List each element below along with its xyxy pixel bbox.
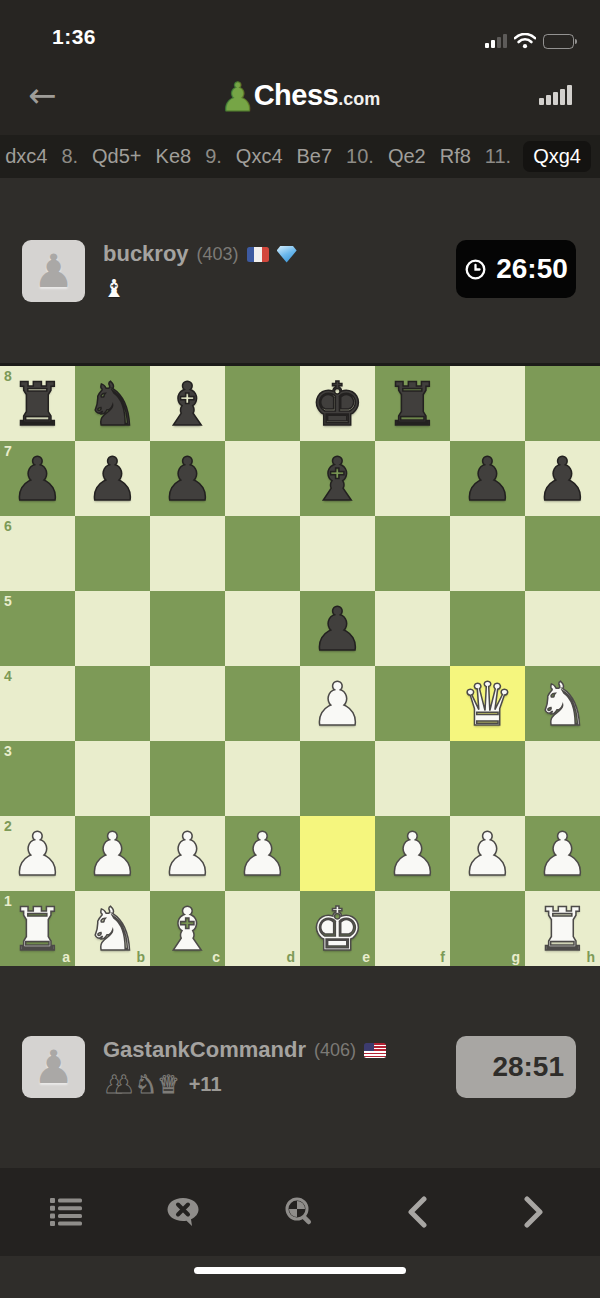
chevron-left-icon xyxy=(406,1196,428,1228)
clock-bottom: 28:51 xyxy=(456,1036,576,1098)
square-d6[interactable] xyxy=(225,516,300,591)
piece-wp-b2[interactable]: ♟ xyxy=(75,816,150,891)
square-h1[interactable]: h♜ xyxy=(525,891,600,966)
forward-move-button[interactable] xyxy=(504,1182,564,1242)
square-h3[interactable] xyxy=(525,741,600,816)
safe-area xyxy=(0,1256,600,1298)
move-dxc4[interactable]: dxc4 xyxy=(5,145,47,168)
piece-wp-a2[interactable]: ♟ xyxy=(0,816,75,891)
square-c2[interactable]: ♟ xyxy=(150,816,225,891)
square-c7[interactable]: ♟ xyxy=(150,441,225,516)
square-a7[interactable]: 7♟ xyxy=(0,441,75,516)
square-d7[interactable] xyxy=(225,441,300,516)
square-f3[interactable] xyxy=(375,741,450,816)
square-a2[interactable]: 2♟ xyxy=(0,816,75,891)
square-b5[interactable] xyxy=(75,591,150,666)
square-b8[interactable]: ♞ xyxy=(75,366,150,441)
square-b7[interactable]: ♟ xyxy=(75,441,150,516)
chat-disabled-button[interactable] xyxy=(153,1182,213,1242)
piece-bp-g7[interactable]: ♟ xyxy=(450,441,525,516)
clock-icon xyxy=(464,258,487,281)
bottom-toolbar xyxy=(0,1168,600,1256)
square-f2[interactable]: ♟ xyxy=(375,816,450,891)
square-c1[interactable]: c♝ xyxy=(150,891,225,966)
square-h6[interactable] xyxy=(525,516,600,591)
square-c4[interactable] xyxy=(150,666,225,741)
piece-bn-b8[interactable]: ♞ xyxy=(75,366,150,441)
avatar-bottom[interactable]: ♟ xyxy=(22,1036,85,1098)
move-list-icon xyxy=(49,1197,83,1227)
square-g3[interactable] xyxy=(450,741,525,816)
move-11.[interactable]: 11. xyxy=(485,145,511,168)
square-d3[interactable] xyxy=(225,741,300,816)
move-Ke8[interactable]: Ke8 xyxy=(156,145,192,168)
square-g8[interactable] xyxy=(450,366,525,441)
square-d5[interactable] xyxy=(225,591,300,666)
premium-diamond-icon xyxy=(277,246,297,263)
piece-bk-e8[interactable]: ♚ xyxy=(300,366,375,441)
square-f8[interactable]: ♜ xyxy=(375,366,450,441)
captured-piece-bn: ♞ xyxy=(135,1072,157,1097)
piece-bp-h7[interactable]: ♟ xyxy=(525,441,600,516)
piece-wr-a1[interactable]: ♜ xyxy=(0,891,75,966)
square-c8[interactable]: ♝ xyxy=(150,366,225,441)
square-e6[interactable] xyxy=(300,516,375,591)
material-advantage: +11 xyxy=(189,1073,222,1096)
player-panel-bottom: ♟ GastankCommandr (406) ♟♟♞♛+11 28:51 xyxy=(0,966,600,1168)
avatar-pawn-icon: ♟ xyxy=(33,248,74,294)
square-d1[interactable]: d xyxy=(225,891,300,966)
square-f4[interactable] xyxy=(375,666,450,741)
square-e7[interactable]: ♝ xyxy=(300,441,375,516)
piece-br-f8[interactable]: ♜ xyxy=(375,366,450,441)
move-Qxc4[interactable]: Qxc4 xyxy=(236,145,283,168)
move-10.[interactable]: 10. xyxy=(346,145,374,168)
analysis-button[interactable] xyxy=(270,1182,330,1242)
square-f5[interactable] xyxy=(375,591,450,666)
square-a3[interactable]: 3 xyxy=(0,741,75,816)
us-flag-icon xyxy=(364,1043,386,1058)
square-c3[interactable] xyxy=(150,741,225,816)
square-d4[interactable] xyxy=(225,666,300,741)
clock-time-bottom: 28:51 xyxy=(492,1051,564,1083)
square-h5[interactable] xyxy=(525,591,600,666)
chesscom-logo: ♟ Chess .com xyxy=(220,79,380,112)
square-b6[interactable] xyxy=(75,516,150,591)
square-c5[interactable] xyxy=(150,591,225,666)
captured-pieces-bottom: ♟♟♞♛+11 xyxy=(103,1070,456,1098)
piece-br-a8[interactable]: ♜ xyxy=(0,366,75,441)
square-g2[interactable]: ♟ xyxy=(450,816,525,891)
piece-bb-e7[interactable]: ♝ xyxy=(300,441,375,516)
status-time: 1:36 xyxy=(52,25,96,49)
square-e4[interactable]: ♟ xyxy=(300,666,375,741)
battery-icon xyxy=(543,34,574,49)
player-panel-top: ♟ buckroy (403) ♝ 26:50 xyxy=(0,178,600,366)
clock-top: 26:50 xyxy=(456,240,576,298)
square-g1[interactable]: g xyxy=(450,891,525,966)
rank-label-4: 4 xyxy=(4,668,12,684)
move-Qxg4[interactable]: Qxg4 xyxy=(523,141,591,172)
piece-wp-e4[interactable]: ♟ xyxy=(300,666,375,741)
square-g4[interactable]: ♛ xyxy=(450,666,525,741)
square-h7[interactable]: ♟ xyxy=(525,441,600,516)
square-a8[interactable]: 8♜ xyxy=(0,366,75,441)
file-label-g: g xyxy=(511,949,520,965)
back-move-button[interactable] xyxy=(387,1182,447,1242)
square-b3[interactable] xyxy=(75,741,150,816)
piece-wn-b1[interactable]: ♞ xyxy=(75,891,150,966)
piece-wp-g2[interactable]: ♟ xyxy=(450,816,525,891)
square-g6[interactable] xyxy=(450,516,525,591)
piece-wb-c1[interactable]: ♝ xyxy=(150,891,225,966)
back-arrow-icon[interactable]: ← xyxy=(28,78,57,112)
move-8.[interactable]: 8. xyxy=(61,145,78,168)
france-flag-icon xyxy=(247,247,269,262)
square-f6[interactable] xyxy=(375,516,450,591)
piece-wr-h1[interactable]: ♜ xyxy=(525,891,600,966)
captured-pieces-top: ♝ xyxy=(103,274,456,302)
square-f1[interactable]: f xyxy=(375,891,450,966)
square-d2[interactable]: ♟ xyxy=(225,816,300,891)
square-g7[interactable]: ♟ xyxy=(450,441,525,516)
move-Qe2[interactable]: Qe2 xyxy=(388,145,426,168)
square-a1[interactable]: 1a♜ xyxy=(0,891,75,966)
piece-bp-c7[interactable]: ♟ xyxy=(150,441,225,516)
piece-bp-b7[interactable]: ♟ xyxy=(75,441,150,516)
piece-wk-e1[interactable]: ♚ xyxy=(300,891,375,966)
piece-bp-e5[interactable]: ♟ xyxy=(300,591,375,666)
square-h4[interactable]: ♞ xyxy=(525,666,600,741)
chess-board[interactable]: 8♜♞♝♚♜7♟♟♟♝♟♟65♟4♟♛♞32♟♟♟♟♟♟♟1a♜b♞c♝de♚f… xyxy=(0,366,600,966)
avatar-top[interactable]: ♟ xyxy=(22,240,85,302)
home-indicator[interactable] xyxy=(194,1267,406,1274)
square-e8[interactable]: ♚ xyxy=(300,366,375,441)
player-name-top[interactable]: buckroy xyxy=(103,241,189,267)
square-d8[interactable] xyxy=(225,366,300,441)
square-h8[interactable] xyxy=(525,366,600,441)
player-rating-top: (403) xyxy=(197,244,239,265)
square-a5[interactable]: 5 xyxy=(0,591,75,666)
square-e3[interactable] xyxy=(300,741,375,816)
square-e2[interactable] xyxy=(300,816,375,891)
piece-wp-f2[interactable]: ♟ xyxy=(375,816,450,891)
chat-disabled-icon xyxy=(166,1197,200,1227)
file-label-d: d xyxy=(286,949,295,965)
square-a4[interactable]: 4 xyxy=(0,666,75,741)
player-name-bottom[interactable]: GastankCommandr xyxy=(103,1037,306,1063)
move-list-bar[interactable]: 4dxc48.Qd5+Ke89.Qxc4Be710.Qe2Rf811.Qxg4 xyxy=(0,135,600,178)
square-h2[interactable]: ♟ xyxy=(525,816,600,891)
player-rating-bottom: (406) xyxy=(314,1040,356,1061)
move-Qd5+[interactable]: Qd5+ xyxy=(92,145,141,168)
piece-wp-h2[interactable]: ♟ xyxy=(525,816,600,891)
analysis-magnifier-icon xyxy=(284,1196,316,1228)
avatar-pawn-icon: ♟ xyxy=(33,1044,74,1090)
square-b1[interactable]: b♞ xyxy=(75,891,150,966)
status-bar: 1:36 xyxy=(0,0,600,55)
square-b2[interactable]: ♟ xyxy=(75,816,150,891)
captured-piece-bq: ♛ xyxy=(157,1072,179,1097)
move-9.[interactable]: 9. xyxy=(205,145,222,168)
file-label-f: f xyxy=(440,949,445,965)
square-f7[interactable] xyxy=(375,441,450,516)
connection-strength-icon[interactable] xyxy=(539,85,572,105)
move-Be7[interactable]: Be7 xyxy=(297,145,333,168)
square-g5[interactable] xyxy=(450,591,525,666)
piece-bb-c8[interactable]: ♝ xyxy=(150,366,225,441)
rank-label-3: 3 xyxy=(4,743,12,759)
rank-label-6: 6 xyxy=(4,518,12,534)
piece-wn-h4[interactable]: ♞ xyxy=(525,666,600,741)
move-Rf8[interactable]: Rf8 xyxy=(440,145,471,168)
clock-time-top: 26:50 xyxy=(496,253,568,285)
piece-wp-d2[interactable]: ♟ xyxy=(225,816,300,891)
square-e5[interactable]: ♟ xyxy=(300,591,375,666)
chevron-right-icon xyxy=(523,1196,545,1228)
square-e1[interactable]: e♚ xyxy=(300,891,375,966)
square-b4[interactable] xyxy=(75,666,150,741)
piece-bp-a7[interactable]: ♟ xyxy=(0,441,75,516)
captured-piece-wb: ♝ xyxy=(103,276,125,301)
piece-wp-c2[interactable]: ♟ xyxy=(150,816,225,891)
wifi-icon xyxy=(514,33,536,49)
cellular-signal-icon xyxy=(485,34,507,48)
square-a6[interactable]: 6 xyxy=(0,516,75,591)
header: ← ♟ Chess .com xyxy=(0,55,600,135)
piece-wq-g4[interactable]: ♛ xyxy=(450,666,525,741)
move-list-button[interactable] xyxy=(36,1182,96,1242)
captured-piece-bp: ♟ xyxy=(112,1072,134,1097)
square-c6[interactable] xyxy=(150,516,225,591)
rank-label-5: 5 xyxy=(4,593,12,609)
